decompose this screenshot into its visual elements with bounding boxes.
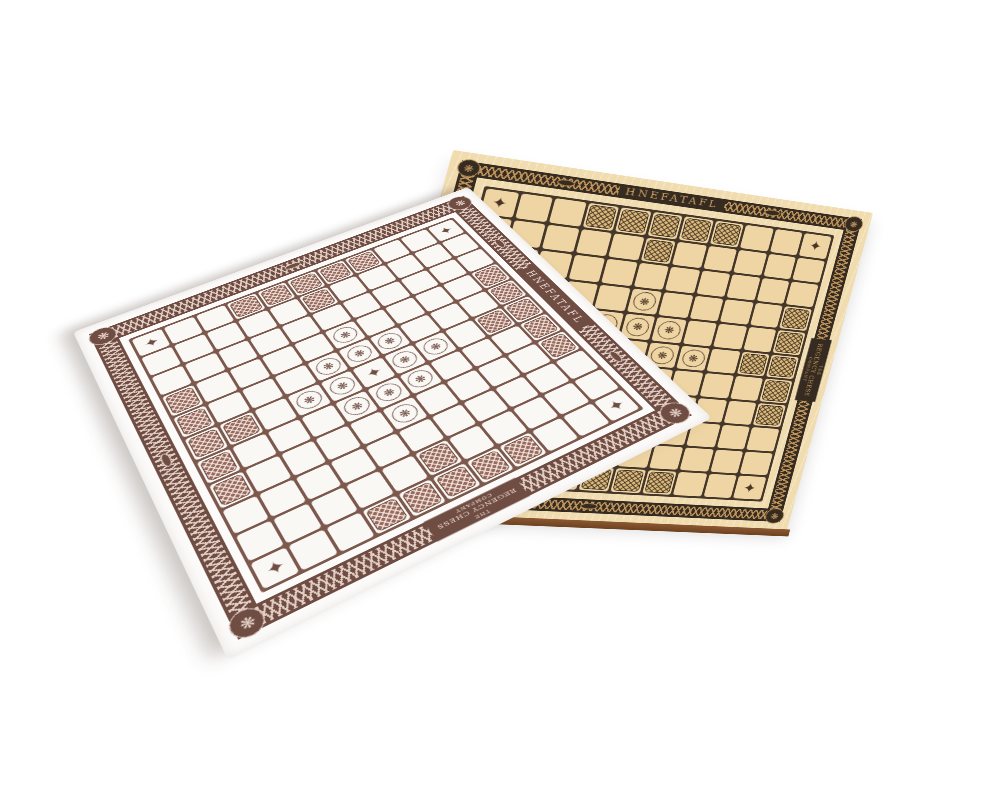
attacker-panel-icon: [644, 472, 675, 494]
corner-knot-icon: ✦: [490, 195, 509, 211]
attacker-panel-icon: [712, 222, 742, 246]
attacker-panel-icon: [775, 332, 804, 354]
lens-knot-icon: [607, 350, 625, 364]
grid-cell: [717, 425, 750, 449]
grid-cell: [647, 212, 682, 239]
grid-cell: [658, 292, 693, 318]
grid-cell: [720, 299, 754, 325]
grid-cell: [707, 349, 741, 374]
grid-cell: [683, 321, 717, 347]
grid-cell: [779, 306, 812, 331]
grid-cell: [753, 403, 786, 427]
grid-cell: [696, 271, 730, 297]
grid-cell: [672, 241, 707, 268]
grid-cell: ❋: [627, 288, 663, 315]
lens-knot-icon: [580, 503, 599, 510]
grid-cell: [786, 282, 819, 307]
grid-cell: [549, 198, 586, 226]
grid-cell: [740, 452, 773, 476]
defender-rosette-icon: ❋: [631, 291, 659, 312]
grid-cell: [642, 470, 677, 495]
grid-cell: [763, 254, 796, 280]
grid-cell: [710, 450, 743, 474]
attacker-panel-icon: [681, 218, 712, 242]
grid-cell: [704, 474, 738, 498]
grid-cell: [757, 278, 790, 304]
grid-cell: [601, 259, 637, 286]
grid-cell: [737, 352, 770, 377]
grid-cell: [793, 257, 825, 283]
corner-knot-icon: ✦: [603, 396, 629, 414]
grid-cell: [690, 296, 724, 322]
defender-rosette-icon: ❋: [680, 348, 707, 368]
grid-cell: [740, 225, 774, 251]
product-photo-scene: HNEFATAFL THE REGENCY CHESS COMPANY ❋ ❋ …: [0, 0, 1000, 800]
attacker-panel-icon: [768, 356, 797, 378]
lens-knot-icon: [159, 452, 174, 468]
grid-cell: [766, 354, 799, 379]
defender-rosette-icon: ❋: [656, 320, 683, 340]
grid-cell: [679, 216, 714, 243]
grid-cell: [703, 246, 737, 272]
grid-cell: [615, 207, 651, 235]
grid-cell: [750, 303, 783, 328]
throne-knot-icon: ✦: [362, 364, 386, 380]
attacker-panel-icon: [650, 213, 681, 237]
lens-knot-icon: [283, 261, 302, 271]
grid-cell: [594, 285, 630, 312]
corner-knot-icon: ✦: [807, 239, 823, 254]
lens-knot-icon: [764, 209, 781, 217]
grid-cell: [568, 255, 605, 282]
grid-cell: [747, 427, 780, 451]
grid-cell: [611, 468, 646, 493]
defender-rosette-icon: ❋: [624, 317, 652, 338]
grid-cell: [727, 274, 761, 300]
corner-knot-icon: ✦: [742, 481, 759, 495]
lens-knot-icon: [556, 178, 576, 187]
grid-cell: [760, 379, 793, 404]
grid-cell: [734, 250, 768, 276]
attacker-panel-icon: [755, 404, 784, 426]
attacker-panel-icon: [617, 209, 649, 233]
grid-cell: [575, 229, 612, 257]
grid-cell: ✦: [799, 233, 831, 259]
attacker-panel-icon: [613, 470, 644, 492]
grid-cell: [730, 376, 763, 401]
grid-cell: [680, 447, 714, 471]
corner-knot-icon: ✦: [261, 556, 289, 579]
grid-cell: [673, 472, 707, 496]
attacker-panel-icon: [762, 380, 791, 402]
grid-cell: [665, 267, 700, 294]
grid-cell: ❋: [676, 345, 710, 371]
corner-knot-icon: ✦: [140, 335, 163, 350]
attacker-panel-icon: [585, 204, 617, 229]
grid-cell: [723, 401, 756, 426]
grid-cell: [542, 224, 579, 252]
grid-cell: [641, 237, 676, 264]
grid-cell: [700, 373, 734, 398]
lens-knot-icon: [492, 238, 507, 249]
grid-cell: [583, 203, 620, 231]
attacker-panel-icon: [739, 353, 768, 375]
grid-cell: [634, 263, 669, 290]
grid-cell: [773, 330, 806, 355]
grid-cell: [713, 324, 747, 350]
grid-cell: [770, 229, 803, 255]
attacker-panel-icon: [781, 307, 810, 329]
grid-cell: ✦: [733, 476, 766, 500]
corner-knot-icon: ✦: [435, 224, 456, 236]
grid-cell: [649, 445, 684, 470]
grid-cell: [515, 193, 553, 222]
grid-cell: ❋: [652, 317, 687, 343]
grid-cell: [743, 327, 776, 352]
attacker-panel-icon: [643, 239, 674, 263]
grid-cell: [608, 233, 644, 260]
grid-cell: [710, 221, 744, 248]
